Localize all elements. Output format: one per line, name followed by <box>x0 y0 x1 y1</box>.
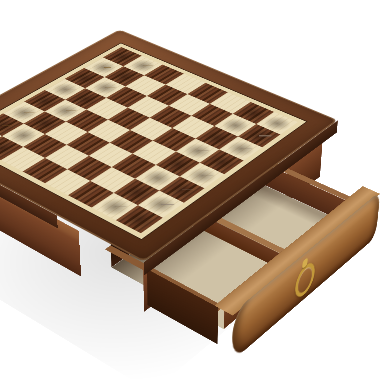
product-scene: ♜♞♝♚♛♝♞♜♟♟♟♟♟♟♟♟♟♟♟♟♟♟♟♟♜♞♝♚♛♝♞♜ <box>0 0 385 385</box>
pawn-glyph: ♟ <box>0 111 18 154</box>
drawer-handle-ring[interactable] <box>294 257 315 303</box>
rook-glyph: ♜ <box>120 175 159 226</box>
